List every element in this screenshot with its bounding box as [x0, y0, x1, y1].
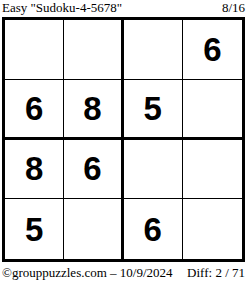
page-footer: ©grouppuzzles.com – 10/9/2024 Diff: 2 / …	[2, 265, 245, 281]
cell-r3c1[interactable]: 8	[5, 140, 64, 200]
cell-r3c3[interactable]	[124, 140, 183, 200]
cell-r4c3[interactable]: 6	[124, 199, 183, 259]
cell-r4c2[interactable]	[64, 199, 123, 259]
cell-r3c4[interactable]	[183, 140, 242, 200]
difficulty-text: Diff: 2 / 71	[187, 265, 245, 280]
puzzle-title: Easy "Sudoku-4-5678"	[2, 0, 122, 15]
cell-r4c1[interactable]: 5	[5, 199, 64, 259]
cell-r1c1[interactable]	[5, 20, 64, 80]
page-header: Easy "Sudoku-4-5678" 8/16	[2, 0, 245, 16]
cell-r2c4[interactable]	[183, 80, 242, 140]
sudoku-board: 6 6 8 5 8 6 5 6	[2, 17, 245, 262]
cell-r3c2[interactable]: 6	[64, 140, 123, 200]
givens-count: 8/16	[222, 0, 245, 15]
copyright-text: ©grouppuzzles.com – 10/9/2024	[2, 265, 173, 280]
cell-r2c1[interactable]: 6	[5, 80, 64, 140]
cell-r1c4[interactable]: 6	[183, 20, 242, 80]
cell-r2c3[interactable]: 5	[124, 80, 183, 140]
cell-r1c3[interactable]	[124, 20, 183, 80]
cell-r2c2[interactable]: 8	[64, 80, 123, 140]
cell-r1c2[interactable]	[64, 20, 123, 80]
cell-r4c4[interactable]	[183, 199, 242, 259]
